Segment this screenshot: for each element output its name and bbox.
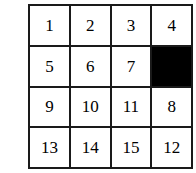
tile-2[interactable]: 2 bbox=[71, 6, 110, 45]
tile-11[interactable]: 11 bbox=[112, 88, 151, 127]
tile-10[interactable]: 10 bbox=[71, 88, 110, 127]
puzzle-board: 123456791011813141512 bbox=[28, 4, 193, 169]
tile-15[interactable]: 15 bbox=[112, 128, 151, 167]
tile-1[interactable]: 1 bbox=[30, 6, 69, 45]
tile-9[interactable]: 9 bbox=[30, 88, 69, 127]
tile-12[interactable]: 12 bbox=[152, 128, 191, 167]
tile-7[interactable]: 7 bbox=[112, 47, 151, 86]
tile-6[interactable]: 6 bbox=[71, 47, 110, 86]
tile-8[interactable]: 8 bbox=[152, 88, 191, 127]
tile-3[interactable]: 3 bbox=[112, 6, 151, 45]
tile-4[interactable]: 4 bbox=[152, 6, 191, 45]
tile-5[interactable]: 5 bbox=[30, 47, 69, 86]
blank-cell bbox=[152, 47, 191, 86]
tile-13[interactable]: 13 bbox=[30, 128, 69, 167]
tile-14[interactable]: 14 bbox=[71, 128, 110, 167]
page-background: 123456791011813141512 bbox=[0, 0, 196, 173]
